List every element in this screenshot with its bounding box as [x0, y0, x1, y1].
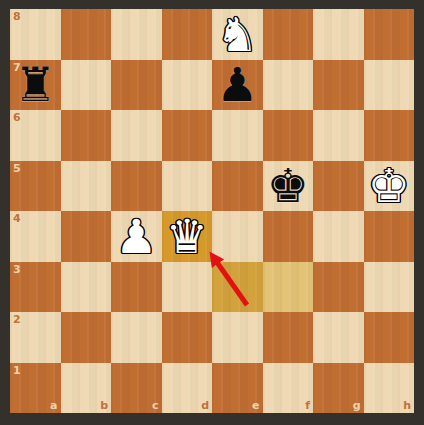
square-c2[interactable] — [111, 312, 162, 363]
board-frame: 8♞7♜♟65♚♚4♟♛321abcdefgh — [0, 0, 424, 425]
square-c8[interactable] — [111, 9, 162, 60]
square-e8[interactable]: ♞ — [212, 9, 263, 60]
square-h1[interactable]: h — [364, 363, 415, 414]
square-c4[interactable]: ♟ — [111, 211, 162, 262]
square-g1[interactable]: g — [313, 363, 364, 414]
square-g7[interactable] — [313, 60, 364, 111]
square-g6[interactable] — [313, 110, 364, 161]
square-h6[interactable] — [364, 110, 415, 161]
square-h8[interactable] — [364, 9, 415, 60]
square-f7[interactable] — [263, 60, 314, 111]
square-h4[interactable] — [364, 211, 415, 262]
square-a4[interactable]: 4 — [10, 211, 61, 262]
square-f5[interactable]: ♚ — [263, 161, 314, 212]
rank-label-2: 2 — [13, 313, 21, 326]
square-c7[interactable] — [111, 60, 162, 111]
square-d4[interactable]: ♛ — [162, 211, 213, 262]
square-e4[interactable] — [212, 211, 263, 262]
rank-label-3: 3 — [13, 263, 21, 276]
square-g3[interactable] — [313, 262, 364, 313]
square-a1[interactable]: 1a — [10, 363, 61, 414]
square-a2[interactable]: 2 — [10, 312, 61, 363]
square-d1[interactable]: d — [162, 363, 213, 414]
square-f8[interactable] — [263, 9, 314, 60]
square-g4[interactable] — [313, 211, 364, 262]
file-label-g: g — [353, 399, 361, 412]
square-b4[interactable] — [61, 211, 112, 262]
chess-board: 8♞7♜♟65♚♚4♟♛321abcdefgh — [10, 9, 414, 413]
square-g5[interactable] — [313, 161, 364, 212]
square-d2[interactable] — [162, 312, 213, 363]
white-pawn[interactable]: ♟ — [111, 211, 162, 262]
square-h7[interactable] — [364, 60, 415, 111]
rank-label-1: 1 — [13, 364, 21, 377]
square-d5[interactable] — [162, 161, 213, 212]
square-e7[interactable]: ♟ — [212, 60, 263, 111]
square-e6[interactable] — [212, 110, 263, 161]
file-label-d: d — [201, 399, 209, 412]
square-b6[interactable] — [61, 110, 112, 161]
file-label-b: b — [100, 399, 108, 412]
square-c1[interactable]: c — [111, 363, 162, 414]
rank-label-8: 8 — [13, 10, 21, 23]
square-g8[interactable] — [313, 9, 364, 60]
square-f1[interactable]: f — [263, 363, 314, 414]
file-label-a: a — [50, 399, 57, 412]
white-knight[interactable]: ♞ — [212, 9, 263, 60]
file-label-h: h — [403, 399, 411, 412]
square-e1[interactable]: e — [212, 363, 263, 414]
square-f2[interactable] — [263, 312, 314, 363]
square-f6[interactable] — [263, 110, 314, 161]
square-c6[interactable] — [111, 110, 162, 161]
square-b8[interactable] — [61, 9, 112, 60]
file-label-f: f — [305, 399, 310, 412]
square-f3[interactable] — [263, 262, 314, 313]
square-d7[interactable] — [162, 60, 213, 111]
square-a3[interactable]: 3 — [10, 262, 61, 313]
square-b5[interactable] — [61, 161, 112, 212]
square-h2[interactable] — [364, 312, 415, 363]
square-c5[interactable] — [111, 161, 162, 212]
white-king[interactable]: ♚ — [364, 161, 415, 212]
square-d8[interactable] — [162, 9, 213, 60]
square-e5[interactable] — [212, 161, 263, 212]
square-d6[interactable] — [162, 110, 213, 161]
square-b1[interactable]: b — [61, 363, 112, 414]
rank-label-6: 6 — [13, 111, 21, 124]
black-king[interactable]: ♚ — [263, 161, 314, 212]
file-label-e: e — [252, 399, 259, 412]
rank-label-4: 4 — [13, 212, 21, 225]
square-a8[interactable]: 8 — [10, 9, 61, 60]
square-h5[interactable]: ♚ — [364, 161, 415, 212]
square-g2[interactable] — [313, 312, 364, 363]
square-b3[interactable] — [61, 262, 112, 313]
file-label-c: c — [152, 399, 159, 412]
square-e3[interactable] — [212, 262, 263, 313]
square-a7[interactable]: 7♜ — [10, 60, 61, 111]
square-a5[interactable]: 5 — [10, 161, 61, 212]
rank-label-5: 5 — [13, 162, 21, 175]
black-pawn[interactable]: ♟ — [212, 60, 263, 111]
white-queen[interactable]: ♛ — [162, 211, 213, 262]
square-b7[interactable] — [61, 60, 112, 111]
black-rook[interactable]: ♜ — [10, 60, 61, 111]
square-h3[interactable] — [364, 262, 415, 313]
square-d3[interactable] — [162, 262, 213, 313]
square-f4[interactable] — [263, 211, 314, 262]
square-e2[interactable] — [212, 312, 263, 363]
square-c3[interactable] — [111, 262, 162, 313]
square-a6[interactable]: 6 — [10, 110, 61, 161]
square-b2[interactable] — [61, 312, 112, 363]
